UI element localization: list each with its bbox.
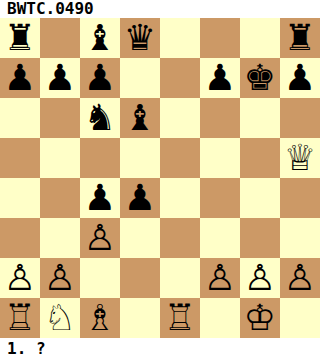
- square-g7[interactable]: ♚: [240, 58, 280, 98]
- square-d2[interactable]: [120, 258, 160, 298]
- square-e5[interactable]: [160, 138, 200, 178]
- square-a1[interactable]: ♖: [0, 298, 40, 338]
- square-e4[interactable]: [160, 178, 200, 218]
- square-g6[interactable]: [240, 98, 280, 138]
- white-pawn-icon: ♙: [44, 258, 76, 298]
- black-pawn-icon: ♟: [84, 58, 116, 98]
- square-f2[interactable]: ♙: [200, 258, 240, 298]
- white-pawn-icon: ♙: [84, 218, 116, 258]
- move-prompt-bar: 1. ?: [0, 338, 320, 360]
- square-a3[interactable]: [0, 218, 40, 258]
- black-king-icon: ♚: [244, 58, 276, 98]
- black-bishop-icon: ♝: [124, 98, 156, 138]
- white-pawn-icon: ♙: [4, 258, 36, 298]
- square-e7[interactable]: [160, 58, 200, 98]
- square-d8[interactable]: ♛: [120, 18, 160, 58]
- black-pawn-icon: ♟: [204, 58, 236, 98]
- square-c4[interactable]: ♟: [80, 178, 120, 218]
- square-h5[interactable]: ♕: [280, 138, 320, 178]
- square-f7[interactable]: ♟: [200, 58, 240, 98]
- white-bishop-icon: ♗: [84, 298, 116, 338]
- white-rook-icon: ♖: [164, 298, 196, 338]
- white-knight-icon: ♘: [44, 298, 76, 338]
- black-pawn-icon: ♟: [284, 58, 316, 98]
- square-g4[interactable]: [240, 178, 280, 218]
- square-b1[interactable]: ♘: [40, 298, 80, 338]
- square-d4[interactable]: ♟: [120, 178, 160, 218]
- move-prompt: 1. ?: [7, 339, 46, 359]
- page-title: BWTC.0490: [7, 0, 94, 18]
- square-f1[interactable]: [200, 298, 240, 338]
- square-c8[interactable]: ♝: [80, 18, 120, 58]
- square-g5[interactable]: [240, 138, 280, 178]
- square-c5[interactable]: [80, 138, 120, 178]
- square-f5[interactable]: [200, 138, 240, 178]
- square-d7[interactable]: [120, 58, 160, 98]
- square-a4[interactable]: [0, 178, 40, 218]
- chess-diagram-window: BWTC.0490 ♜♝♛♜♟♟♟♟♚♟♞♝♕♟♟♙♙♙♙♙♙♖♘♗♖♔ 1. …: [0, 0, 320, 360]
- white-queen-icon: ♕: [284, 138, 316, 178]
- square-d5[interactable]: [120, 138, 160, 178]
- black-pawn-icon: ♟: [124, 178, 156, 218]
- white-rook-icon: ♖: [4, 298, 36, 338]
- title-bar: BWTC.0490: [0, 0, 320, 18]
- white-king-icon: ♔: [244, 298, 276, 338]
- square-a2[interactable]: ♙: [0, 258, 40, 298]
- square-e2[interactable]: [160, 258, 200, 298]
- square-d6[interactable]: ♝: [120, 98, 160, 138]
- square-g8[interactable]: [240, 18, 280, 58]
- square-b3[interactable]: [40, 218, 80, 258]
- black-pawn-icon: ♟: [44, 58, 76, 98]
- black-queen-icon: ♛: [124, 18, 156, 58]
- white-pawn-icon: ♙: [204, 258, 236, 298]
- square-e8[interactable]: [160, 18, 200, 58]
- square-d1[interactable]: [120, 298, 160, 338]
- square-g2[interactable]: ♙: [240, 258, 280, 298]
- square-b6[interactable]: [40, 98, 80, 138]
- black-rook-icon: ♜: [4, 18, 36, 58]
- square-f8[interactable]: [200, 18, 240, 58]
- square-a7[interactable]: ♟: [0, 58, 40, 98]
- square-c7[interactable]: ♟: [80, 58, 120, 98]
- white-pawn-icon: ♙: [284, 258, 316, 298]
- chess-board: ♜♝♛♜♟♟♟♟♚♟♞♝♕♟♟♙♙♙♙♙♙♖♘♗♖♔: [0, 18, 320, 338]
- square-h8[interactable]: ♜: [280, 18, 320, 58]
- square-b2[interactable]: ♙: [40, 258, 80, 298]
- white-pawn-icon: ♙: [244, 258, 276, 298]
- square-b7[interactable]: ♟: [40, 58, 80, 98]
- square-c6[interactable]: ♞: [80, 98, 120, 138]
- black-rook-icon: ♜: [284, 18, 316, 58]
- square-b5[interactable]: [40, 138, 80, 178]
- square-c2[interactable]: [80, 258, 120, 298]
- square-d3[interactable]: [120, 218, 160, 258]
- square-g1[interactable]: ♔: [240, 298, 280, 338]
- square-e6[interactable]: [160, 98, 200, 138]
- square-h4[interactable]: [280, 178, 320, 218]
- square-g3[interactable]: [240, 218, 280, 258]
- square-a8[interactable]: ♜: [0, 18, 40, 58]
- black-bishop-icon: ♝: [84, 18, 116, 58]
- square-a5[interactable]: [0, 138, 40, 178]
- square-f3[interactable]: [200, 218, 240, 258]
- square-f4[interactable]: [200, 178, 240, 218]
- square-a6[interactable]: [0, 98, 40, 138]
- square-e3[interactable]: [160, 218, 200, 258]
- square-b8[interactable]: [40, 18, 80, 58]
- square-e1[interactable]: ♖: [160, 298, 200, 338]
- square-f6[interactable]: [200, 98, 240, 138]
- square-h7[interactable]: ♟: [280, 58, 320, 98]
- black-knight-icon: ♞: [84, 98, 116, 138]
- square-h2[interactable]: ♙: [280, 258, 320, 298]
- black-pawn-icon: ♟: [84, 178, 116, 218]
- square-h3[interactable]: [280, 218, 320, 258]
- square-b4[interactable]: [40, 178, 80, 218]
- black-pawn-icon: ♟: [4, 58, 36, 98]
- square-h1[interactable]: [280, 298, 320, 338]
- square-c3[interactable]: ♙: [80, 218, 120, 258]
- square-h6[interactable]: [280, 98, 320, 138]
- square-c1[interactable]: ♗: [80, 298, 120, 338]
